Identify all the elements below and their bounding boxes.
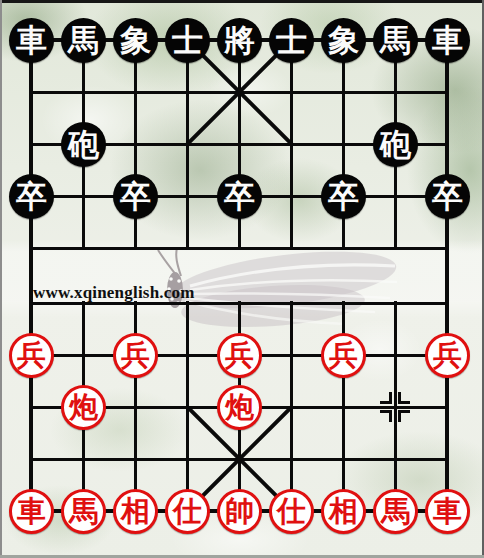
piece-character: 兵 — [17, 341, 46, 370]
image-border-left — [0, 0, 2, 558]
red-chariot-piece[interactable]: 車 — [425, 489, 470, 534]
image-border-top — [0, 0, 484, 3]
piece-character: 象 — [328, 25, 359, 56]
red-elephant-piece[interactable]: 相 — [113, 489, 158, 534]
piece-character: 卒 — [16, 181, 47, 212]
red-horse-piece[interactable]: 馬 — [373, 489, 418, 534]
piece-character: 卒 — [432, 181, 463, 212]
black-chariot-piece[interactable]: 車 — [425, 18, 470, 63]
piece-character: 仕 — [173, 497, 202, 526]
red-soldier-piece[interactable]: 兵 — [321, 333, 366, 378]
grid-line — [445, 38, 449, 514]
red-soldier-piece[interactable]: 兵 — [425, 333, 470, 378]
watermark-url: www.xqinenglish.com — [33, 283, 195, 303]
piece-character: 砲 — [380, 129, 411, 160]
piece-character: 炮 — [225, 393, 254, 422]
piece-character: 卒 — [224, 181, 255, 212]
black-general-piece[interactable]: 將 — [217, 18, 262, 63]
marker-corner-top-right — [398, 392, 410, 404]
black-advisor-piece[interactable]: 士 — [165, 18, 210, 63]
black-soldier-piece[interactable]: 卒 — [113, 174, 158, 219]
piece-character: 士 — [172, 25, 203, 56]
piece-character: 卒 — [120, 181, 151, 212]
red-cannon-piece[interactable]: 炮 — [217, 385, 262, 430]
black-chariot-piece[interactable]: 車 — [9, 18, 54, 63]
board-grid — [0, 0, 484, 558]
red-soldier-piece[interactable]: 兵 — [217, 333, 262, 378]
red-soldier-piece[interactable]: 兵 — [113, 333, 158, 378]
marker-corner-bottom-right — [398, 410, 410, 422]
piece-character: 馬 — [69, 497, 98, 526]
black-horse-piece[interactable]: 馬 — [373, 18, 418, 63]
marker-corner-bottom-left — [380, 410, 392, 422]
black-soldier-piece[interactable]: 卒 — [9, 174, 54, 219]
red-soldier-piece[interactable]: 兵 — [9, 333, 54, 378]
move-origin-marker — [379, 391, 411, 423]
black-horse-piece[interactable]: 馬 — [61, 18, 106, 63]
piece-character: 兵 — [433, 341, 462, 370]
piece-character: 相 — [329, 497, 358, 526]
piece-character: 兵 — [121, 341, 150, 370]
piece-character: 士 — [276, 25, 307, 56]
red-elephant-piece[interactable]: 相 — [321, 489, 366, 534]
piece-character: 車 — [17, 497, 46, 526]
piece-character: 將 — [224, 25, 255, 56]
red-advisor-piece[interactable]: 仕 — [269, 489, 314, 534]
piece-character: 帥 — [225, 497, 254, 526]
black-soldier-piece[interactable]: 卒 — [321, 174, 366, 219]
black-cannon-piece[interactable]: 砲 — [61, 122, 106, 167]
piece-character: 卒 — [328, 181, 359, 212]
black-advisor-piece[interactable]: 士 — [269, 18, 314, 63]
piece-character: 炮 — [69, 393, 98, 422]
piece-character: 馬 — [380, 25, 411, 56]
red-cannon-piece[interactable]: 炮 — [61, 385, 106, 430]
piece-character: 砲 — [68, 129, 99, 160]
red-advisor-piece[interactable]: 仕 — [165, 489, 210, 534]
black-soldier-piece[interactable]: 卒 — [217, 174, 262, 219]
piece-character: 兵 — [225, 341, 254, 370]
piece-character: 車 — [433, 497, 462, 526]
piece-character: 馬 — [68, 25, 99, 56]
grid-line — [29, 38, 33, 514]
xiangqi-board-diagram: www.xqinenglish.com 車馬象士將士象馬車砲砲卒卒卒卒卒兵兵兵兵… — [0, 0, 484, 558]
red-horse-piece[interactable]: 馬 — [61, 489, 106, 534]
piece-character: 仕 — [277, 497, 306, 526]
black-soldier-piece[interactable]: 卒 — [425, 174, 470, 219]
piece-character: 象 — [120, 25, 151, 56]
piece-character: 車 — [432, 25, 463, 56]
piece-character: 兵 — [329, 341, 358, 370]
black-elephant-piece[interactable]: 象 — [113, 18, 158, 63]
black-cannon-piece[interactable]: 砲 — [373, 122, 418, 167]
piece-character: 車 — [16, 25, 47, 56]
piece-character: 馬 — [381, 497, 410, 526]
piece-character: 相 — [121, 497, 150, 526]
red-chariot-piece[interactable]: 車 — [9, 489, 54, 534]
black-elephant-piece[interactable]: 象 — [321, 18, 366, 63]
marker-corner-top-left — [380, 392, 392, 404]
red-general-piece[interactable]: 帥 — [217, 489, 262, 534]
